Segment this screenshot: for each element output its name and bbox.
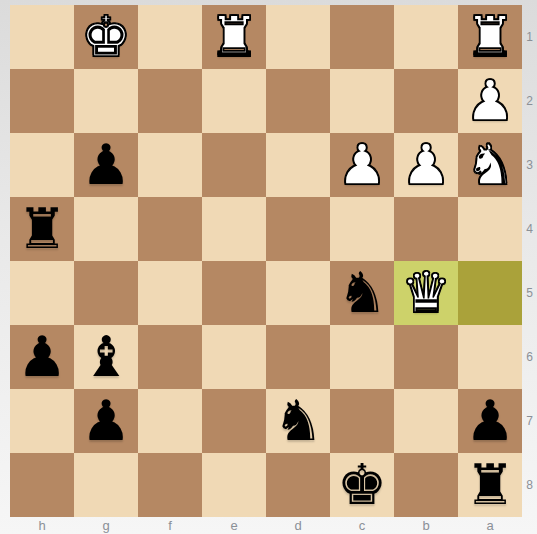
- white-knight[interactable]: ♞: [458, 133, 522, 197]
- square-h2[interactable]: [10, 69, 74, 133]
- file-label-h: h: [10, 517, 74, 534]
- square-f4[interactable]: [138, 197, 202, 261]
- rank-label-2: 2: [522, 69, 537, 133]
- square-c5[interactable]: ♞: [330, 261, 394, 325]
- square-a2[interactable]: ♟: [458, 69, 522, 133]
- white-pawn[interactable]: ♟: [458, 69, 522, 133]
- square-g4[interactable]: [74, 197, 138, 261]
- square-h5[interactable]: [10, 261, 74, 325]
- square-d6[interactable]: [266, 325, 330, 389]
- black-bishop[interactable]: ♝: [74, 325, 138, 389]
- black-rook[interactable]: ♜: [458, 453, 522, 517]
- square-a1[interactable]: ♜: [458, 5, 522, 69]
- square-h3[interactable]: [10, 133, 74, 197]
- file-label-g: g: [74, 517, 138, 534]
- rank-label-5: 5: [522, 261, 537, 325]
- square-a6[interactable]: [458, 325, 522, 389]
- square-b1[interactable]: [394, 5, 458, 69]
- square-f6[interactable]: [138, 325, 202, 389]
- file-label-e: e: [202, 517, 266, 534]
- square-e7[interactable]: [202, 389, 266, 453]
- square-g6[interactable]: ♝: [74, 325, 138, 389]
- square-b5[interactable]: ♛: [394, 261, 458, 325]
- rank-label-4: 4: [522, 197, 537, 261]
- file-label-d: d: [266, 517, 330, 534]
- square-c2[interactable]: [330, 69, 394, 133]
- black-pawn[interactable]: ♟: [10, 325, 74, 389]
- file-label-b: b: [394, 517, 458, 534]
- square-e2[interactable]: [202, 69, 266, 133]
- chess-page: ♚♜♜♟♟♟♟♞♜♞♛♟♝♟♞♟♚♜ 12345678 hgfedcba: [0, 0, 537, 534]
- square-d4[interactable]: [266, 197, 330, 261]
- black-rook[interactable]: ♜: [10, 197, 74, 261]
- square-g1[interactable]: ♚: [74, 5, 138, 69]
- square-f2[interactable]: [138, 69, 202, 133]
- white-king[interactable]: ♚: [74, 5, 138, 69]
- square-d1[interactable]: [266, 5, 330, 69]
- rank-label-1: 1: [522, 5, 537, 69]
- square-a5[interactable]: [458, 261, 522, 325]
- square-h7[interactable]: [10, 389, 74, 453]
- square-e4[interactable]: [202, 197, 266, 261]
- square-d2[interactable]: [266, 69, 330, 133]
- white-pawn[interactable]: ♟: [394, 133, 458, 197]
- file-coordinates: hgfedcba: [10, 517, 522, 534]
- square-h4[interactable]: ♜: [10, 197, 74, 261]
- square-b3[interactable]: ♟: [394, 133, 458, 197]
- white-rook[interactable]: ♜: [458, 5, 522, 69]
- rank-label-3: 3: [522, 133, 537, 197]
- rank-label-8: 8: [522, 453, 537, 517]
- white-queen[interactable]: ♛: [394, 261, 458, 325]
- square-g7[interactable]: ♟: [74, 389, 138, 453]
- square-c3[interactable]: ♟: [330, 133, 394, 197]
- square-b8[interactable]: [394, 453, 458, 517]
- square-e5[interactable]: [202, 261, 266, 325]
- square-f5[interactable]: [138, 261, 202, 325]
- square-c6[interactable]: [330, 325, 394, 389]
- square-b2[interactable]: [394, 69, 458, 133]
- square-g2[interactable]: [74, 69, 138, 133]
- square-e3[interactable]: [202, 133, 266, 197]
- black-knight[interactable]: ♞: [330, 261, 394, 325]
- square-d5[interactable]: [266, 261, 330, 325]
- square-e1[interactable]: ♜: [202, 5, 266, 69]
- square-b7[interactable]: [394, 389, 458, 453]
- white-rook[interactable]: ♜: [202, 5, 266, 69]
- square-g8[interactable]: [74, 453, 138, 517]
- square-g5[interactable]: [74, 261, 138, 325]
- square-a8[interactable]: ♜: [458, 453, 522, 517]
- square-e6[interactable]: [202, 325, 266, 389]
- square-c1[interactable]: [330, 5, 394, 69]
- square-f3[interactable]: [138, 133, 202, 197]
- rank-coordinates: 12345678: [522, 5, 537, 517]
- black-knight[interactable]: ♞: [266, 389, 330, 453]
- square-a3[interactable]: ♞: [458, 133, 522, 197]
- square-h6[interactable]: ♟: [10, 325, 74, 389]
- white-pawn[interactable]: ♟: [330, 133, 394, 197]
- square-d3[interactable]: [266, 133, 330, 197]
- square-g3[interactable]: ♟: [74, 133, 138, 197]
- square-c4[interactable]: [330, 197, 394, 261]
- square-d8[interactable]: [266, 453, 330, 517]
- square-h1[interactable]: [10, 5, 74, 69]
- black-pawn[interactable]: ♟: [74, 133, 138, 197]
- file-label-f: f: [138, 517, 202, 534]
- black-pawn[interactable]: ♟: [74, 389, 138, 453]
- square-f1[interactable]: [138, 5, 202, 69]
- chess-board: ♚♜♜♟♟♟♟♞♜♞♛♟♝♟♞♟♚♜: [10, 5, 522, 517]
- square-c7[interactable]: [330, 389, 394, 453]
- square-b6[interactable]: [394, 325, 458, 389]
- square-h8[interactable]: [10, 453, 74, 517]
- file-label-a: a: [458, 517, 522, 534]
- rank-label-6: 6: [522, 325, 537, 389]
- square-a7[interactable]: ♟: [458, 389, 522, 453]
- square-f7[interactable]: [138, 389, 202, 453]
- square-f8[interactable]: [138, 453, 202, 517]
- square-a4[interactable]: [458, 197, 522, 261]
- square-b4[interactable]: [394, 197, 458, 261]
- square-d7[interactable]: ♞: [266, 389, 330, 453]
- square-e8[interactable]: [202, 453, 266, 517]
- file-label-c: c: [330, 517, 394, 534]
- black-pawn[interactable]: ♟: [458, 389, 522, 453]
- rank-label-7: 7: [522, 389, 537, 453]
- square-c8[interactable]: ♚: [330, 453, 394, 517]
- black-king[interactable]: ♚: [330, 453, 394, 517]
